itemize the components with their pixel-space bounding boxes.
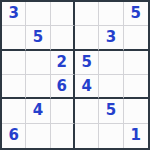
cell-r2c4[interactable]	[75, 26, 99, 50]
cell-r2c3[interactable]	[51, 26, 75, 50]
cell-r6c2[interactable]	[26, 124, 50, 148]
cell-r6c1[interactable]: 6	[2, 124, 26, 148]
cell-r3c2[interactable]	[26, 51, 50, 75]
cell-r1c3[interactable]	[51, 2, 75, 26]
cell-r5c4[interactable]	[75, 99, 99, 123]
cell-r4c3[interactable]: 6	[51, 75, 75, 99]
cell-r1c4[interactable]	[75, 2, 99, 26]
cell-r4c2[interactable]	[26, 75, 50, 99]
cell-r6c5[interactable]	[99, 124, 123, 148]
cell-r2c2[interactable]: 5	[26, 26, 50, 50]
cell-r6c6[interactable]: 1	[124, 124, 148, 148]
cell-r4c1[interactable]	[2, 75, 26, 99]
cell-r4c5[interactable]	[99, 75, 123, 99]
cell-r5c1[interactable]	[2, 99, 26, 123]
sudoku-board: 355325644561	[0, 0, 150, 150]
cell-r5c6[interactable]	[124, 99, 148, 123]
cell-r3c5[interactable]	[99, 51, 123, 75]
cell-r2c1[interactable]	[2, 26, 26, 50]
cell-r4c6[interactable]	[124, 75, 148, 99]
cell-r5c3[interactable]	[51, 99, 75, 123]
cell-r1c1[interactable]: 3	[2, 2, 26, 26]
cell-r6c3[interactable]	[51, 124, 75, 148]
cell-r5c5[interactable]: 5	[99, 99, 123, 123]
cell-r2c6[interactable]	[124, 26, 148, 50]
cell-r3c1[interactable]	[2, 51, 26, 75]
cell-r1c5[interactable]	[99, 2, 123, 26]
cell-r2c5[interactable]: 3	[99, 26, 123, 50]
cell-r5c2[interactable]: 4	[26, 99, 50, 123]
cell-r3c4[interactable]: 5	[75, 51, 99, 75]
cell-r1c2[interactable]	[26, 2, 50, 26]
cell-r3c3[interactable]: 2	[51, 51, 75, 75]
cell-r4c4[interactable]: 4	[75, 75, 99, 99]
cell-r3c6[interactable]	[124, 51, 148, 75]
cell-r1c6[interactable]: 5	[124, 2, 148, 26]
cell-r6c4[interactable]	[75, 124, 99, 148]
